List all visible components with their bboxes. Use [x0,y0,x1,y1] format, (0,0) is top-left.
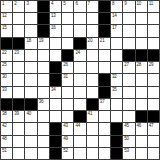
clue-number-16: 16 [51,25,56,30]
white-square-r7-c11[interactable] [123,74,134,85]
clue-number-11: 11 [149,1,153,6]
white-square-r10-c2[interactable]: 39 [13,111,24,122]
black-square-r9-c1 [1,99,12,110]
white-square-r4-c8[interactable]: 20 [87,38,98,49]
white-square-r13-c6[interactable]: 52 [62,148,73,159]
clue-number-41: 41 [88,111,93,116]
white-square-r13-c4[interactable] [38,148,49,159]
white-square-r12-c4[interactable] [38,136,49,147]
white-square-r12-c12[interactable] [136,136,147,147]
white-square-r1-c5[interactable]: 4 [50,1,61,12]
clue-number-25: 25 [2,62,7,67]
white-square-r12-c11[interactable]: 50 [123,136,134,147]
black-square-r1-c4 [38,1,49,12]
white-square-r7-c7[interactable] [74,74,85,85]
black-square-r1-c9 [99,1,110,12]
white-square-r5-c4[interactable] [38,50,49,61]
white-square-r8-c6[interactable] [62,87,73,98]
white-square-r2-c6[interactable] [62,13,73,24]
white-square-r6-c9[interactable] [99,62,110,73]
black-square-r2-c4 [38,13,49,24]
white-square-r11-c7[interactable]: 44 [74,123,85,134]
clue-number-36: 36 [39,99,44,104]
white-square-r9-c9[interactable]: 37 [99,99,110,110]
white-square-r11-c12[interactable]: 46 [136,123,147,134]
black-square-r13-c5 [50,148,61,159]
white-square-r13-c8[interactable] [87,148,98,159]
black-square-r12-c5 [50,136,61,147]
white-square-r3-c1[interactable]: 15 [1,25,12,36]
white-square-r4-c10[interactable] [111,38,122,49]
white-square-r7-c6[interactable]: 31 [62,74,73,85]
clue-number-23: 23 [14,50,19,55]
clue-number-5: 5 [63,1,65,6]
white-square-r8-c12[interactable] [136,87,147,98]
white-square-r6-c7[interactable] [74,62,85,73]
white-square-r5-c2[interactable]: 23 [13,50,24,61]
black-square-r10-c12 [136,111,147,122]
white-square-r1-c3[interactable]: 3 [25,1,36,12]
white-square-r3-c7[interactable] [74,25,85,36]
black-square-r10-c7 [74,111,85,122]
clue-number-45: 45 [124,123,129,128]
white-square-r4-c4[interactable]: 19 [38,38,49,49]
white-square-r11-c3[interactable] [25,123,36,134]
white-square-r2-c8[interactable] [87,13,98,24]
white-square-r2-c3[interactable] [25,13,36,24]
white-square-r8-c2[interactable] [13,87,24,98]
black-square-r5-c11 [123,50,134,61]
white-square-r8-c3[interactable] [25,87,36,98]
white-square-r3-c10[interactable]: 17 [111,25,122,36]
clue-number-6: 6 [75,1,77,6]
white-square-r11-c9[interactable] [99,123,110,134]
white-square-r2-c11[interactable] [123,13,134,24]
white-square-r7-c1[interactable]: 30 [1,74,12,85]
black-square-r11-c5 [50,123,61,134]
white-square-r7-c8[interactable] [87,74,98,85]
white-square-r13-c2[interactable] [13,148,24,159]
clue-number-1: 1 [2,1,4,6]
clue-number-27: 27 [124,62,129,67]
black-square-r8-c9 [99,87,110,98]
white-square-r9-c12[interactable] [136,99,147,110]
white-square-r12-c1[interactable]: 48 [1,136,12,147]
white-square-r12-c6[interactable]: 49 [62,136,73,147]
black-square-r5-c12 [136,50,147,61]
black-square-r2-c9 [99,13,110,24]
white-square-r13-c12[interactable] [136,148,147,159]
white-square-r2-c2[interactable] [13,13,24,24]
white-square-r5-c1[interactable]: 22 [1,50,12,61]
white-square-r1-c12[interactable]: 10 [136,1,147,12]
white-square-r4-c6[interactable] [62,38,73,49]
white-square-r9-c13[interactable] [148,99,159,110]
white-square-r4-c9[interactable]: 21 [99,38,110,49]
clue-number-43: 43 [63,123,68,128]
clue-number-24: 24 [75,50,80,55]
clue-number-12: 12 [2,13,7,18]
white-square-r8-c11[interactable] [123,87,134,98]
clue-number-40: 40 [26,111,31,116]
clue-number-38: 38 [2,111,7,116]
white-square-r12-c8[interactable] [87,136,98,147]
clue-number-42: 42 [2,123,7,128]
white-square-r12-c7[interactable] [74,136,85,147]
white-square-r10-c4[interactable] [38,111,49,122]
white-square-r2-c13[interactable] [148,13,159,24]
white-square-r2-c1[interactable]: 12 [1,13,12,24]
white-square-r5-c8[interactable] [87,50,98,61]
white-square-r8-c13[interactable] [148,87,159,98]
white-square-r10-c11[interactable] [123,111,134,122]
black-square-r3-c4 [38,25,49,36]
white-square-r2-c10[interactable]: 14 [111,13,122,24]
clue-number-14: 14 [112,13,117,18]
white-square-r8-c10[interactable]: 35 [111,87,122,98]
white-square-r2-c7[interactable] [74,13,85,24]
clue-number-17: 17 [112,25,117,30]
black-square-r9-c3 [25,99,36,110]
white-square-r7-c13[interactable] [148,74,159,85]
white-square-r3-c12[interactable] [136,25,147,36]
clue-number-39: 39 [14,111,19,116]
white-square-r8-c1[interactable]: 33 [1,87,12,98]
white-square-r2-c12[interactable] [136,13,147,24]
white-square-r1-c11[interactable]: 9 [123,1,134,12]
white-square-r1-c6[interactable]: 5 [62,1,73,12]
white-square-r10-c8[interactable]: 41 [87,111,98,122]
white-square-r12-c2[interactable] [13,136,24,147]
clue-number-33: 33 [2,87,7,92]
clue-number-32: 32 [112,74,117,79]
black-square-r7-c5 [50,74,61,85]
white-square-r3-c13[interactable] [148,25,159,36]
clue-number-47: 47 [149,123,154,128]
white-square-r4-c11[interactable] [123,38,134,49]
white-square-r6-c4[interactable] [38,62,49,73]
clue-number-37: 37 [100,99,105,104]
clue-number-19: 19 [39,38,44,43]
white-square-r8-c5[interactable]: 34 [50,87,61,98]
clue-number-49: 49 [63,136,68,141]
black-square-r4-c7 [74,38,85,49]
white-square-r11-c2[interactable] [13,123,24,134]
white-square-r11-c4[interactable] [38,123,49,134]
black-square-r9-c2 [13,99,24,110]
clue-number-10: 10 [137,1,142,6]
white-square-r1-c1[interactable]: 1 [1,1,12,12]
white-square-r3-c11[interactable] [123,25,134,36]
white-square-r6-c2[interactable] [13,62,24,73]
white-square-r5-c3[interactable] [25,50,36,61]
clue-number-50: 50 [124,136,129,141]
clue-number-26: 26 [63,62,68,67]
black-square-r9-c8 [87,99,98,110]
white-square-r11-c1[interactable]: 42 [1,123,12,134]
white-square-r3-c3[interactable] [25,25,36,36]
clue-number-18: 18 [26,38,31,43]
white-square-r13-c1[interactable]: 51 [1,148,12,159]
white-square-r11-c6[interactable]: 43 [62,123,73,134]
black-square-r12-c10 [111,136,122,147]
white-square-r1-c10[interactable]: 8 [111,1,122,12]
white-square-r7-c3[interactable] [25,74,36,85]
white-square-r6-c1[interactable]: 25 [1,62,12,73]
clue-number-34: 34 [51,87,56,92]
clue-number-7: 7 [88,1,90,6]
white-square-r10-c6[interactable] [62,111,73,122]
black-square-r5-c6 [62,50,73,61]
black-square-r3-c9 [99,25,110,36]
clue-number-52: 52 [63,148,68,153]
white-square-r3-c6[interactable] [62,25,73,36]
white-square-r10-c1[interactable]: 38 [1,111,12,122]
white-square-r6-c13[interactable]: 29 [148,62,159,73]
white-square-r13-c13[interactable] [148,148,159,159]
white-square-r13-c9[interactable] [99,148,110,159]
white-square-r9-c7[interactable] [74,99,85,110]
white-square-r6-c8[interactable] [87,62,98,73]
white-square-r9-c4[interactable]: 36 [38,99,49,110]
white-square-r12-c9[interactable] [99,136,110,147]
white-square-r11-c11[interactable]: 45 [123,123,134,134]
white-square-r11-c8[interactable] [87,123,98,134]
white-square-r4-c3[interactable]: 18 [25,38,36,49]
black-square-r11-c10 [111,123,122,134]
clue-number-15: 15 [2,25,7,30]
white-square-r7-c2[interactable] [13,74,24,85]
white-square-r6-c3[interactable] [25,62,36,73]
white-square-r5-c10[interactable] [111,50,122,61]
white-square-r13-c3[interactable] [25,148,36,159]
white-square-r3-c8[interactable] [87,25,98,36]
clue-number-31: 31 [63,74,68,79]
clue-number-8: 8 [112,1,114,6]
black-square-r6-c5 [50,62,61,73]
white-square-r10-c10[interactable] [111,111,122,122]
black-square-r10-c13 [148,111,159,122]
white-square-r1-c7[interactable]: 6 [74,1,85,12]
white-square-r8-c7[interactable] [74,87,85,98]
white-square-r11-c13[interactable]: 47 [148,123,159,134]
clue-number-13: 13 [51,13,56,18]
black-square-r5-c13 [148,50,159,61]
clue-number-20: 20 [88,38,93,43]
clue-number-22: 22 [2,50,7,55]
clue-number-9: 9 [124,1,126,6]
crossword-grid: 1234567891011121314151617181920212223242… [0,0,160,160]
black-square-r4-c2 [13,38,24,49]
black-square-r4-c1 [1,38,12,49]
clue-number-3: 3 [26,1,28,6]
clue-number-28: 28 [137,62,142,67]
white-square-r8-c8[interactable] [87,87,98,98]
white-square-r7-c10[interactable]: 32 [111,74,122,85]
white-square-r3-c2[interactable] [13,25,24,36]
clue-number-21: 21 [100,38,105,43]
black-square-r13-c10 [111,148,122,159]
white-square-r9-c11[interactable] [123,99,134,110]
white-square-r9-c10[interactable] [111,99,122,110]
white-square-r13-c11[interactable]: 53 [123,148,134,159]
white-square-r6-c10[interactable] [111,62,122,73]
clue-number-51: 51 [2,148,7,153]
clue-number-53: 53 [124,148,129,153]
white-square-r9-c6[interactable] [62,99,73,110]
white-square-r5-c9[interactable] [99,50,110,61]
clue-number-30: 30 [2,74,7,79]
white-square-r4-c5[interactable] [50,38,61,49]
white-square-r3-c5[interactable]: 16 [50,25,61,36]
white-square-r10-c9[interactable] [99,111,110,122]
white-square-r5-c5[interactable] [50,50,61,61]
white-square-r1-c2[interactable]: 2 [13,1,24,12]
white-square-r10-c3[interactable]: 40 [25,111,36,122]
white-square-r6-c6[interactable]: 26 [62,62,73,73]
clue-number-35: 35 [112,87,117,92]
clue-number-2: 2 [14,1,16,6]
white-square-r9-c5[interactable] [50,99,61,110]
white-square-r12-c13[interactable] [148,136,159,147]
black-square-r7-c9 [99,74,110,85]
white-square-r12-c3[interactable] [25,136,36,147]
white-square-r10-c5[interactable] [50,111,61,122]
white-square-r7-c4[interactable] [38,74,49,85]
white-square-r6-c11[interactable]: 27 [123,62,134,73]
white-square-r1-c8[interactable]: 7 [87,1,98,12]
white-square-r13-c7[interactable] [74,148,85,159]
white-square-r2-c5[interactable]: 13 [50,13,61,24]
white-square-r4-c12[interactable] [136,38,147,49]
clue-number-29: 29 [149,62,154,67]
white-square-r4-c13[interactable] [148,38,159,49]
white-square-r6-c12[interactable]: 28 [136,62,147,73]
clue-number-4: 4 [51,1,53,6]
white-square-r5-c7[interactable]: 24 [74,50,85,61]
white-square-r1-c13[interactable]: 11 [148,1,159,12]
clue-number-46: 46 [137,123,142,128]
clue-number-44: 44 [75,123,80,128]
white-square-r8-c4[interactable] [38,87,49,98]
clue-number-48: 48 [2,136,7,141]
white-square-r7-c12[interactable] [136,74,147,85]
